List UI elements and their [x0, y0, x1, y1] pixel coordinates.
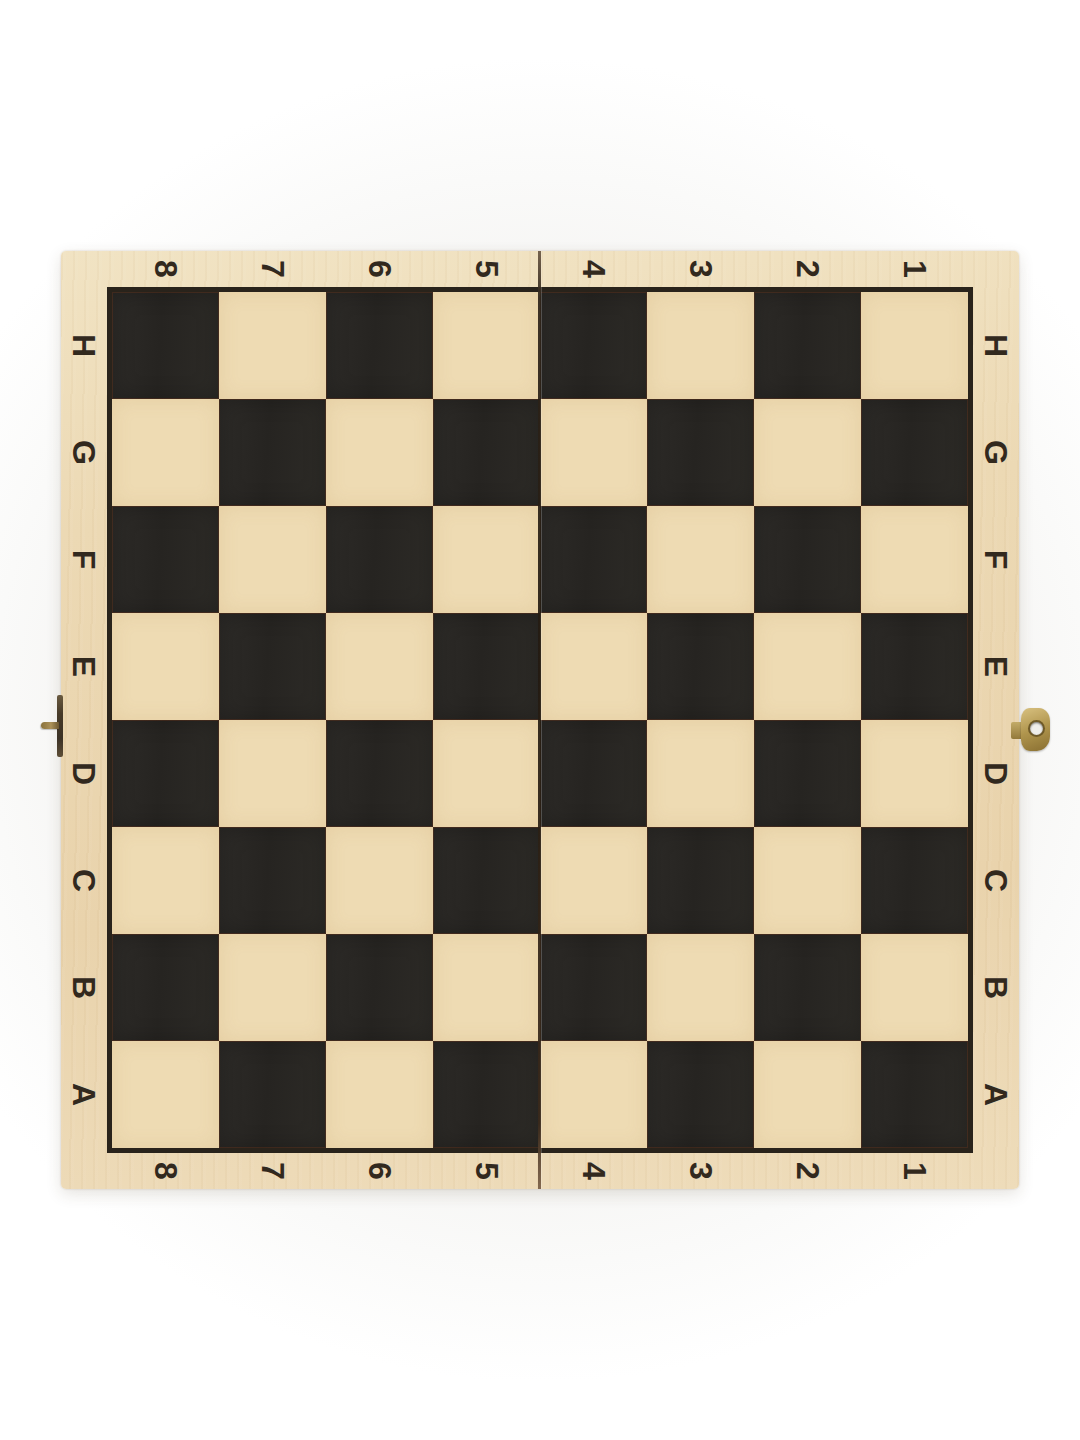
square-g2[interactable] [754, 399, 861, 506]
square-f4[interactable] [540, 506, 647, 613]
hinge-pin-tip-icon [41, 722, 59, 729]
square-c8[interactable] [112, 827, 219, 934]
square-d6[interactable] [326, 720, 433, 827]
square-e6[interactable] [326, 613, 433, 720]
square-h4[interactable] [540, 292, 647, 399]
square-b5[interactable] [433, 934, 540, 1041]
square-g6[interactable] [326, 399, 433, 506]
square-f1[interactable] [861, 506, 968, 613]
square-h1[interactable] [861, 292, 968, 399]
square-f8[interactable] [112, 506, 219, 613]
square-e4[interactable] [540, 613, 647, 720]
square-c5[interactable] [433, 827, 540, 934]
square-h5[interactable] [433, 292, 540, 399]
square-a4[interactable] [540, 1041, 647, 1148]
photo-background: 87654321 87654321 HGFEDCBA HGFEDCBA [0, 0, 1080, 1440]
square-b8[interactable] [112, 934, 219, 1041]
square-b1[interactable] [861, 934, 968, 1041]
square-g4[interactable] [540, 399, 647, 506]
square-c2[interactable] [754, 827, 861, 934]
square-a6[interactable] [326, 1041, 433, 1148]
square-h8[interactable] [112, 292, 219, 399]
latch-hole-icon [1030, 722, 1043, 735]
square-a1[interactable] [861, 1041, 968, 1148]
square-d2[interactable] [754, 720, 861, 827]
square-d4[interactable] [540, 720, 647, 827]
square-e8[interactable] [112, 613, 219, 720]
square-b6[interactable] [326, 934, 433, 1041]
square-f5[interactable] [433, 506, 540, 613]
square-a3[interactable] [647, 1041, 754, 1148]
square-c6[interactable] [326, 827, 433, 934]
square-g3[interactable] [647, 399, 754, 506]
square-b2[interactable] [754, 934, 861, 1041]
square-d7[interactable] [219, 720, 326, 827]
square-c7[interactable] [219, 827, 326, 934]
square-e2[interactable] [754, 613, 861, 720]
square-c3[interactable] [647, 827, 754, 934]
square-f2[interactable] [754, 506, 861, 613]
square-g5[interactable] [433, 399, 540, 506]
square-a7[interactable] [219, 1041, 326, 1148]
square-d8[interactable] [112, 720, 219, 827]
square-g1[interactable] [861, 399, 968, 506]
square-d5[interactable] [433, 720, 540, 827]
square-b7[interactable] [219, 934, 326, 1041]
square-h3[interactable] [647, 292, 754, 399]
square-b3[interactable] [647, 934, 754, 1041]
fold-seam [538, 251, 541, 1189]
square-a5[interactable] [433, 1041, 540, 1148]
square-c1[interactable] [861, 827, 968, 934]
brass-latch-eye-icon [1011, 706, 1053, 754]
square-d1[interactable] [861, 720, 968, 827]
square-a2[interactable] [754, 1041, 861, 1148]
square-d3[interactable] [647, 720, 754, 827]
square-e7[interactable] [219, 613, 326, 720]
square-f3[interactable] [647, 506, 754, 613]
square-e3[interactable] [647, 613, 754, 720]
square-h2[interactable] [754, 292, 861, 399]
square-g8[interactable] [112, 399, 219, 506]
square-e5[interactable] [433, 613, 540, 720]
square-a8[interactable] [112, 1041, 219, 1148]
square-f6[interactable] [326, 506, 433, 613]
square-h6[interactable] [326, 292, 433, 399]
square-b4[interactable] [540, 934, 647, 1041]
left-hinge-pin-icon [57, 695, 63, 757]
file-labels-left: HGFEDCBA [61, 292, 107, 1148]
square-g7[interactable] [219, 399, 326, 506]
square-c4[interactable] [540, 827, 647, 934]
square-e1[interactable] [861, 613, 968, 720]
square-h7[interactable] [219, 292, 326, 399]
square-f7[interactable] [219, 506, 326, 613]
chess-board: 87654321 87654321 HGFEDCBA HGFEDCBA [61, 251, 1019, 1189]
